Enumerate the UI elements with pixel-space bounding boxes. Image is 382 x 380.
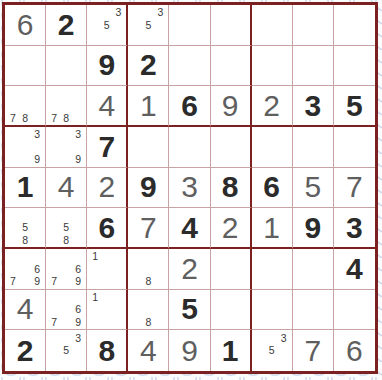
candidate-3: 3	[278, 331, 290, 344]
cell-r3c8[interactable]: 3	[293, 86, 334, 127]
candidate-5: 5	[60, 222, 72, 234]
candidate-3: 3	[31, 128, 43, 141]
solved-digit: 1	[140, 91, 157, 121]
pencil-marks: 35	[130, 6, 166, 44]
cell-r9c8[interactable]: 7	[293, 330, 334, 371]
cell-r3c9[interactable]: 5	[334, 86, 375, 127]
candidate-5: 5	[60, 344, 72, 357]
cell-r7c4[interactable]: 8	[128, 249, 169, 290]
cell-r1c1[interactable]: 6	[5, 5, 46, 46]
cell-r7c1[interactable]: 679	[5, 249, 46, 290]
solved-digit: 4	[98, 91, 115, 121]
solved-digit: 7	[304, 336, 321, 366]
candidate-5: 5	[101, 19, 113, 32]
cell-r4c8[interactable]	[293, 127, 334, 168]
candidate-7: 7	[48, 275, 60, 288]
candidate-5: 5	[19, 222, 31, 234]
cell-r9c9[interactable]: 6	[334, 330, 375, 371]
cell-r2c1[interactable]	[5, 46, 46, 87]
solved-digit: 1	[263, 213, 280, 243]
cell-r8c2[interactable]: 679	[46, 290, 87, 331]
cell-r3c7[interactable]: 2	[252, 86, 293, 127]
given-digit: 9	[304, 213, 321, 243]
cell-r9c5[interactable]: 9	[169, 330, 210, 371]
cell-r5c2[interactable]: 4	[46, 168, 87, 209]
candidate-3: 3	[72, 128, 84, 141]
solved-digit: 2	[98, 172, 115, 202]
cell-r1c5[interactable]	[169, 5, 210, 46]
given-digit: 2	[58, 10, 75, 40]
given-digit: 3	[304, 91, 321, 121]
cell-r8c9[interactable]	[334, 290, 375, 331]
solved-digit: 4	[17, 294, 34, 324]
solved-digit: 7	[346, 172, 363, 202]
cell-r6c5[interactable]: 4	[169, 208, 210, 249]
cell-r6c6[interactable]: 2	[211, 208, 252, 249]
solved-digit: 2	[222, 213, 239, 243]
cell-r4c9[interactable]	[334, 127, 375, 168]
cell-r3c3[interactable]: 4	[87, 86, 128, 127]
cell-r5c8[interactable]: 5	[293, 168, 334, 209]
cell-r4c6[interactable]	[211, 127, 252, 168]
solved-digit: 6	[346, 336, 363, 366]
cell-r8c1[interactable]: 4	[5, 290, 46, 331]
cell-r3c1[interactable]: 78	[5, 86, 46, 127]
cell-r2c6[interactable]	[211, 46, 252, 87]
candidate-1: 1	[89, 250, 101, 263]
cell-r1c9[interactable]	[334, 5, 375, 46]
cell-r5c3[interactable]: 2	[87, 168, 128, 209]
cell-r6c9[interactable]: 3	[334, 208, 375, 249]
cell-r2c5[interactable]	[169, 46, 210, 87]
solved-digit: 7	[140, 213, 157, 243]
cell-r4c2[interactable]: 39	[46, 127, 87, 168]
cell-r2c3[interactable]: 9	[87, 46, 128, 87]
pencil-marks: 58	[48, 209, 84, 246]
solved-digit: 6	[17, 10, 34, 40]
cell-r5c6[interactable]: 8	[211, 168, 252, 209]
cell-r5c9[interactable]: 7	[334, 168, 375, 209]
cell-r8c5[interactable]: 5	[169, 290, 210, 331]
cell-r7c2[interactable]: 679	[46, 249, 87, 290]
cell-r9c4[interactable]: 4	[128, 330, 169, 371]
candidate-5: 5	[142, 19, 154, 32]
cell-r7c5[interactable]: 2	[169, 249, 210, 290]
cell-r1c2[interactable]: 2	[46, 5, 87, 46]
cell-r5c1[interactable]: 1	[5, 168, 46, 209]
candidate-1: 1	[89, 291, 101, 304]
given-digit: 5	[181, 294, 198, 324]
cell-r6c7[interactable]: 1	[252, 208, 293, 249]
cell-r4c4[interactable]	[128, 127, 169, 168]
cell-r4c3[interactable]: 7	[87, 127, 128, 168]
cell-r5c5[interactable]: 3	[169, 168, 210, 209]
cell-r7c6[interactable]	[211, 249, 252, 290]
cell-r5c4[interactable]: 9	[128, 168, 169, 209]
candidate-3: 3	[113, 6, 125, 19]
cell-r9c6[interactable]: 1	[211, 330, 252, 371]
solved-digit: 2	[181, 254, 198, 284]
candidate-7: 7	[7, 112, 19, 124]
candidate-6: 6	[72, 303, 84, 316]
cell-r9c7[interactable]: 35	[252, 330, 293, 371]
candidate-8: 8	[142, 316, 154, 329]
pencil-marks: 679	[48, 250, 84, 288]
given-digit: 8	[98, 336, 115, 366]
given-digit: 2	[140, 50, 157, 80]
cell-r8c7[interactable]	[252, 290, 293, 331]
pencil-marks: 1	[89, 291, 124, 329]
pencil-marks: 39	[7, 128, 43, 166]
given-digit: 1	[222, 336, 239, 366]
candidate-8: 8	[19, 112, 31, 124]
cell-r2c2[interactable]	[46, 46, 87, 87]
solved-digit: 5	[304, 172, 321, 202]
given-digit: 9	[98, 50, 115, 80]
candidate-9: 9	[31, 275, 43, 288]
pencil-marks: 8	[130, 250, 166, 288]
candidate-7: 7	[48, 112, 60, 124]
cell-r8c4[interactable]: 8	[128, 290, 169, 331]
cell-r3c4[interactable]: 1	[128, 86, 169, 127]
cell-r4c7[interactable]	[252, 127, 293, 168]
solved-digit: 9	[222, 91, 239, 121]
cell-r1c6[interactable]	[211, 5, 252, 46]
candidate-6: 6	[31, 263, 43, 276]
given-digit: 3	[346, 213, 363, 243]
pencil-marks: 8	[130, 291, 166, 329]
candidate-8: 8	[19, 234, 31, 246]
candidate-8: 8	[60, 234, 72, 246]
pencil-marks: 58	[7, 209, 43, 246]
pencil-marks: 35	[89, 6, 124, 44]
candidate-8: 8	[60, 112, 72, 124]
cell-r2c4[interactable]: 2	[128, 46, 169, 87]
cell-r4c5[interactable]	[169, 127, 210, 168]
given-digit: 8	[222, 172, 239, 202]
given-digit: 4	[181, 213, 198, 243]
solved-digit: 3	[181, 172, 198, 202]
candidate-7: 7	[48, 316, 60, 329]
candidate-5: 5	[266, 344, 278, 357]
pencil-marks: 39	[48, 128, 84, 166]
pencil-marks: 1	[89, 250, 124, 288]
candidate-9: 9	[72, 153, 84, 166]
given-digit: 4	[346, 254, 363, 284]
solved-digit: 4	[58, 172, 75, 202]
solved-digit: 2	[263, 91, 280, 121]
cell-r7c3[interactable]: 1	[87, 249, 128, 290]
cell-r2c9[interactable]	[334, 46, 375, 87]
cell-r5c7[interactable]: 6	[252, 168, 293, 209]
given-digit: 5	[346, 91, 363, 121]
cell-r2c8[interactable]	[293, 46, 334, 87]
cell-r9c2[interactable]: 35	[46, 330, 87, 371]
cell-r4c1[interactable]: 39	[5, 127, 46, 168]
sudoku-page: { "game": "sudoku", "position": "6200000…	[0, 0, 382, 380]
cell-r1c8[interactable]	[293, 5, 334, 46]
cell-r3c5[interactable]: 6	[169, 86, 210, 127]
solved-digit: 9	[181, 336, 198, 366]
given-digit: 6	[181, 91, 198, 121]
cell-r8c3[interactable]: 1	[87, 290, 128, 331]
given-digit: 2	[17, 336, 34, 366]
cell-r6c8[interactable]: 9	[293, 208, 334, 249]
cell-r8c8[interactable]	[293, 290, 334, 331]
cell-r7c8[interactable]	[293, 249, 334, 290]
pencil-marks: 679	[7, 250, 43, 288]
given-digit: 6	[98, 213, 115, 243]
pencil-marks: 78	[48, 87, 84, 124]
pencil-marks: 35	[48, 331, 84, 370]
pencil-marks: 679	[48, 291, 84, 329]
cell-r7c9[interactable]: 4	[334, 249, 375, 290]
cell-r1c7[interactable]	[252, 5, 293, 46]
cell-r6c2[interactable]: 58	[46, 208, 87, 249]
cell-r6c3[interactable]: 6	[87, 208, 128, 249]
cell-r3c6[interactable]: 9	[211, 86, 252, 127]
cell-r8c6[interactable]	[211, 290, 252, 331]
solved-digit: 4	[140, 336, 157, 366]
cell-r1c4[interactable]: 35	[128, 5, 169, 46]
candidate-3: 3	[72, 331, 84, 344]
cell-r3c2[interactable]: 78	[46, 86, 87, 127]
given-digit: 9	[140, 172, 157, 202]
pencil-marks: 78	[7, 87, 43, 124]
candidate-7: 7	[7, 275, 19, 288]
cell-r1c3[interactable]: 35	[87, 5, 128, 46]
given-digit: 1	[17, 172, 34, 202]
cell-r2c7[interactable]	[252, 46, 293, 87]
cell-r9c1[interactable]: 2	[5, 330, 46, 371]
cell-r7c7[interactable]	[252, 249, 293, 290]
candidate-9: 9	[72, 316, 84, 329]
cell-r9c3[interactable]: 8	[87, 330, 128, 371]
given-digit: 7	[98, 132, 115, 162]
cell-r6c1[interactable]: 58	[5, 208, 46, 249]
candidate-3: 3	[154, 6, 166, 19]
candidate-9: 9	[31, 153, 43, 166]
candidate-6: 6	[72, 263, 84, 276]
sudoku-board: 6235359278784169235393971429386575858674…	[2, 2, 378, 374]
candidate-9: 9	[72, 275, 84, 288]
pencil-marks: 35	[254, 331, 290, 370]
cell-r6c4[interactable]: 7	[128, 208, 169, 249]
given-digit: 6	[263, 172, 280, 202]
candidate-8: 8	[142, 275, 154, 288]
